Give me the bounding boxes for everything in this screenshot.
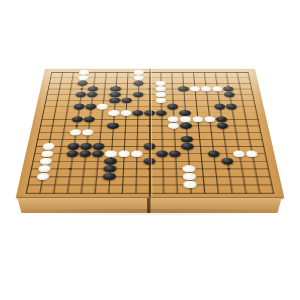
- black-stone: [223, 86, 234, 91]
- black-stone: [216, 116, 228, 122]
- white-stone: [82, 129, 94, 135]
- black-stone: [103, 173, 116, 180]
- star-point: [226, 168, 230, 170]
- white-stone: [97, 104, 108, 110]
- black-stone: [156, 150, 168, 157]
- black-stone: [77, 81, 88, 86]
- board-shadow: [10, 209, 290, 217]
- white-stone: [79, 70, 90, 75]
- white-stone: [156, 92, 167, 97]
- white-stone: [40, 150, 53, 157]
- white-stone: [233, 150, 246, 157]
- black-stone: [207, 150, 220, 157]
- black-stone: [75, 92, 86, 97]
- go-board-photo: [0, 0, 300, 300]
- white-stone: [204, 116, 216, 122]
- white-stone: [180, 116, 191, 122]
- white-stone: [36, 173, 50, 180]
- white-stone: [133, 75, 143, 80]
- black-stone: [216, 123, 228, 129]
- black-stone: [110, 92, 121, 97]
- black-stone: [84, 116, 96, 122]
- black-stone: [179, 110, 190, 116]
- black-stone: [214, 104, 226, 110]
- white-stone: [120, 110, 131, 116]
- black-stone: [92, 150, 104, 157]
- white-stone: [42, 143, 55, 150]
- white-stone: [168, 116, 179, 122]
- white-stone: [37, 165, 50, 172]
- black-stone: [104, 158, 116, 165]
- black-stone: [104, 165, 117, 172]
- white-stone: [168, 123, 179, 129]
- black-stone: [85, 104, 96, 110]
- white-stone: [78, 75, 89, 80]
- white-stone: [192, 116, 204, 122]
- black-stone: [87, 92, 98, 97]
- black-stone: [178, 86, 189, 91]
- white-stone: [134, 70, 144, 75]
- black-stone: [88, 86, 99, 91]
- black-stone: [109, 98, 120, 104]
- black-stone: [156, 110, 167, 116]
- white-stone: [108, 110, 119, 116]
- black-stone: [71, 116, 83, 122]
- black-stone: [121, 98, 132, 104]
- white-stone: [184, 181, 197, 189]
- black-stone: [132, 110, 143, 116]
- white-stone: [118, 150, 130, 157]
- black-stone: [66, 150, 79, 157]
- go-board: [15, 69, 284, 200]
- white-stone: [69, 129, 81, 135]
- black-stone: [221, 158, 234, 165]
- star-point: [75, 125, 79, 127]
- black-stone: [73, 104, 85, 110]
- white-stone: [156, 86, 167, 91]
- black-stone: [110, 86, 121, 91]
- black-stone: [181, 143, 193, 150]
- black-stone: [67, 143, 80, 150]
- black-stone: [226, 104, 238, 110]
- black-stone: [93, 143, 105, 150]
- white-stone: [183, 173, 196, 180]
- white-stone: [189, 86, 200, 91]
- white-stone: [131, 150, 143, 157]
- black-stone: [133, 81, 143, 86]
- black-stone: [133, 92, 144, 97]
- black-stone: [181, 136, 193, 142]
- white-stone: [39, 158, 52, 165]
- white-stone: [156, 81, 166, 86]
- black-stone: [79, 150, 92, 157]
- star-point: [68, 168, 72, 170]
- star-point: [80, 88, 83, 90]
- black-stone: [180, 123, 192, 129]
- black-stone: [224, 92, 235, 97]
- black-stone: [169, 150, 181, 157]
- black-stone: [167, 104, 178, 110]
- black-stone: [107, 123, 119, 129]
- white-stone: [156, 98, 167, 104]
- white-stone: [105, 150, 117, 157]
- black-stone: [80, 143, 92, 150]
- white-stone: [245, 150, 258, 157]
- white-stone: [183, 165, 196, 172]
- white-stone: [201, 86, 212, 91]
- white-stone: [212, 86, 223, 91]
